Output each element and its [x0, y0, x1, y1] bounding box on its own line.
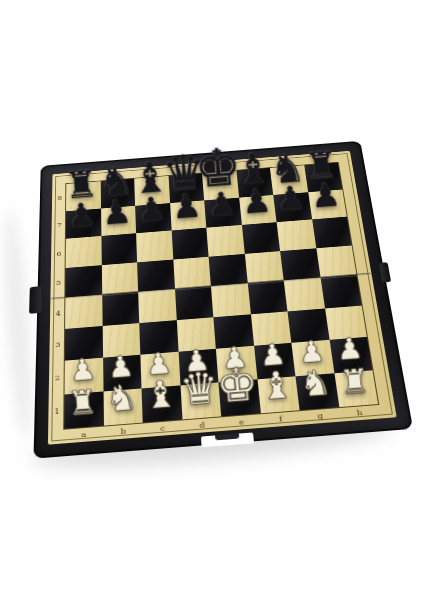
square-d2 — [178, 349, 218, 385]
square-h8 — [304, 163, 342, 192]
square-e6 — [206, 225, 244, 256]
square-h7 — [308, 189, 347, 219]
square-e7 — [204, 197, 241, 227]
file-label-h: h — [339, 404, 380, 421]
square-a4 — [65, 295, 102, 329]
square-a3 — [65, 326, 103, 361]
square-b5 — [101, 262, 138, 295]
square-b3 — [102, 323, 140, 358]
chess-board-frame: 87654321 abcdefgh — [33, 141, 413, 459]
square-a2 — [65, 358, 103, 394]
board-grid — [64, 163, 378, 429]
square-g1 — [295, 373, 338, 410]
square-b2 — [103, 355, 142, 391]
hinge-left-tab — [29, 286, 42, 314]
square-d6 — [171, 228, 208, 259]
square-e1 — [218, 379, 260, 416]
square-f7 — [239, 195, 277, 225]
square-d4 — [175, 286, 214, 320]
square-e8 — [202, 171, 239, 200]
square-g5 — [280, 248, 320, 280]
square-f4 — [247, 280, 287, 314]
board-playing-surface: 87654321 abcdefgh — [48, 151, 397, 445]
square-c2 — [140, 352, 180, 388]
square-b8 — [100, 179, 135, 209]
rank-label-5: 5 — [51, 268, 65, 299]
rank-label-7: 7 — [52, 211, 66, 240]
square-h4 — [320, 275, 361, 308]
square-c8 — [134, 176, 169, 206]
rank-label-3: 3 — [50, 328, 65, 361]
rank-label-2: 2 — [50, 361, 65, 396]
square-f8 — [236, 168, 273, 197]
square-a5 — [65, 265, 101, 298]
square-g6 — [277, 219, 316, 250]
square-h2 — [329, 337, 372, 373]
rank-label-6: 6 — [52, 239, 66, 269]
square-b1 — [103, 388, 143, 426]
square-h5 — [316, 245, 357, 277]
square-f1 — [257, 376, 300, 413]
file-label-f: f — [260, 410, 301, 427]
square-f6 — [241, 222, 280, 253]
square-h3 — [324, 305, 366, 340]
square-e4 — [211, 283, 250, 317]
square-b7 — [101, 205, 136, 236]
square-g7 — [273, 192, 312, 222]
square-c6 — [136, 230, 173, 262]
file-label-a: a — [64, 426, 104, 443]
square-b4 — [102, 292, 139, 326]
square-g3 — [287, 308, 329, 343]
rank-label-8: 8 — [53, 184, 66, 212]
square-f3 — [250, 311, 291, 346]
square-a6 — [66, 236, 102, 268]
file-label-c: c — [143, 419, 183, 436]
file-label-b: b — [103, 423, 143, 440]
square-e5 — [209, 254, 248, 287]
square-a8 — [66, 181, 101, 211]
square-b6 — [101, 233, 137, 265]
product-photo-scene: 87654321 abcdefgh ♜♞♝♚♛♝♞♜♟♟♟♟♟♟♟♟♟♟♟♟♟♟… — [0, 0, 424, 600]
square-d1 — [180, 382, 221, 420]
latch-notch — [201, 432, 254, 447]
rank-labels: 87654321 — [49, 184, 66, 430]
square-g4 — [284, 277, 325, 311]
square-c7 — [135, 203, 171, 233]
square-h1 — [334, 370, 378, 407]
file-label-g: g — [300, 407, 341, 424]
square-c5 — [137, 259, 174, 292]
rank-label-4: 4 — [51, 297, 65, 329]
square-d7 — [170, 200, 207, 230]
square-e2 — [216, 346, 257, 382]
square-d8 — [168, 173, 204, 202]
square-f2 — [254, 343, 296, 379]
perspective-wrapper: 87654321 abcdefgh — [1, 117, 422, 487]
square-e3 — [213, 314, 253, 349]
square-d3 — [176, 317, 216, 352]
square-g2 — [291, 340, 334, 376]
square-g8 — [270, 165, 308, 194]
file-label-d: d — [182, 416, 222, 433]
hinge-right-tab — [379, 262, 392, 282]
square-a1 — [64, 391, 103, 429]
square-f5 — [244, 251, 283, 283]
square-c3 — [139, 320, 178, 355]
square-c4 — [138, 289, 176, 323]
camera-roll-wrapper: 87654321 abcdefgh — [0, 0, 424, 600]
rank-label-1: 1 — [49, 394, 64, 430]
square-c1 — [142, 385, 182, 423]
file-label-e: e — [221, 413, 262, 430]
square-a7 — [66, 208, 101, 239]
square-d5 — [173, 256, 211, 289]
square-h6 — [312, 217, 352, 248]
